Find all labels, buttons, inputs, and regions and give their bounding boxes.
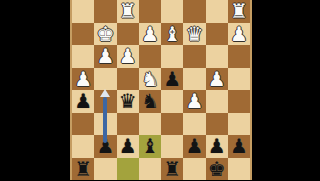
square-f3[interactable]: ♟ <box>117 45 139 68</box>
chess-piece-black-pawn-h5[interactable]: ♟ <box>74 90 92 112</box>
square-e2[interactable]: ♟ <box>139 23 161 46</box>
square-h4[interactable]: ♟ <box>72 68 94 91</box>
square-d8[interactable]: ♜ <box>161 158 183 181</box>
square-d3[interactable] <box>161 45 183 68</box>
square-a2[interactable]: ♟ <box>228 23 250 46</box>
square-g6[interactable] <box>94 113 116 136</box>
square-d5[interactable] <box>161 90 183 113</box>
chess-piece-white-pawn-h4[interactable]: ♟ <box>74 68 92 90</box>
chess-piece-white-pawn-g3[interactable]: ♟ <box>96 45 114 67</box>
letterbox-right <box>252 0 320 180</box>
square-h7[interactable] <box>72 135 94 158</box>
square-h6[interactable] <box>72 113 94 136</box>
square-c7[interactable]: ♟ <box>183 135 205 158</box>
chess-piece-black-king-b8[interactable]: ♚ <box>208 158 226 180</box>
square-a8[interactable] <box>228 158 250 181</box>
square-e6[interactable] <box>139 113 161 136</box>
square-e3[interactable] <box>139 45 161 68</box>
square-c2[interactable]: ♛ <box>183 23 205 46</box>
square-b5[interactable] <box>206 90 228 113</box>
square-h5[interactable]: ♟ <box>72 90 94 113</box>
square-c4[interactable] <box>183 68 205 91</box>
chess-piece-black-pawn-b7[interactable]: ♟ <box>208 135 226 157</box>
square-b6[interactable] <box>206 113 228 136</box>
chess-piece-black-pawn-d4[interactable]: ♟ <box>163 68 181 90</box>
chess-piece-black-pawn-a7[interactable]: ♟ <box>230 135 248 157</box>
square-b8[interactable]: ♚ <box>206 158 228 181</box>
square-g8[interactable] <box>94 158 116 181</box>
square-h8[interactable]: ♜ <box>72 158 94 181</box>
square-c6[interactable] <box>183 113 205 136</box>
square-g1[interactable] <box>94 0 116 23</box>
chess-piece-black-knight-e5[interactable]: ♞ <box>141 90 159 112</box>
square-b2[interactable] <box>206 23 228 46</box>
chess-piece-black-queen-f5[interactable]: ♛ <box>119 90 137 112</box>
square-a5[interactable] <box>228 90 250 113</box>
square-f7[interactable]: ♟ <box>117 135 139 158</box>
square-g3[interactable]: ♟ <box>94 45 116 68</box>
square-f2[interactable] <box>117 23 139 46</box>
square-c3[interactable] <box>183 45 205 68</box>
square-b4[interactable]: ♟ <box>206 68 228 91</box>
square-d6[interactable] <box>161 113 183 136</box>
chess-piece-white-knight-e4[interactable]: ♞ <box>141 68 159 90</box>
square-d4[interactable]: ♟ <box>161 68 183 91</box>
square-e8[interactable] <box>139 158 161 181</box>
square-h2[interactable] <box>72 23 94 46</box>
square-h3[interactable] <box>72 45 94 68</box>
letterbox-left <box>0 0 70 180</box>
chess-piece-white-king-g2[interactable]: ♚ <box>96 23 114 45</box>
square-e7[interactable]: ♝ <box>139 135 161 158</box>
square-a6[interactable] <box>228 113 250 136</box>
chess-piece-white-bishop-d2[interactable]: ♝ <box>163 23 181 45</box>
square-a7[interactable]: ♟ <box>228 135 250 158</box>
chess-piece-white-queen-c2[interactable]: ♛ <box>185 23 203 45</box>
square-h1[interactable] <box>72 0 94 23</box>
chess-piece-black-pawn-f7[interactable]: ♟ <box>119 135 137 157</box>
chess-piece-white-pawn-b4[interactable]: ♟ <box>208 68 226 90</box>
square-c5[interactable]: ♟ <box>183 90 205 113</box>
square-d1[interactable] <box>161 0 183 23</box>
square-a3[interactable] <box>228 45 250 68</box>
chess-piece-black-pawn-g7[interactable]: ♟ <box>96 135 114 157</box>
square-e5[interactable]: ♞ <box>139 90 161 113</box>
chess-piece-white-pawn-c5[interactable]: ♟ <box>185 90 203 112</box>
chess-board: ♜♜♚♟♝♛♟♟♟♟♞♟♟♟♛♞♟♟♟♝♟♟♟♜♜♚ <box>72 0 250 180</box>
square-d2[interactable]: ♝ <box>161 23 183 46</box>
chess-piece-white-pawn-a2[interactable]: ♟ <box>230 23 248 45</box>
square-f1[interactable]: ♜ <box>117 0 139 23</box>
square-b1[interactable] <box>206 0 228 23</box>
chess-piece-black-pawn-c7[interactable]: ♟ <box>185 135 203 157</box>
square-b3[interactable] <box>206 45 228 68</box>
square-e4[interactable]: ♞ <box>139 68 161 91</box>
chess-piece-white-rook-a1[interactable]: ♜ <box>230 0 248 22</box>
chess-piece-black-bishop-e7[interactable]: ♝ <box>141 135 159 157</box>
board-frame: ♜♜♚♟♝♛♟♟♟♟♞♟♟♟♛♞♟♟♟♝♟♟♟♜♜♚ <box>70 0 252 180</box>
square-e1[interactable] <box>139 0 161 23</box>
chess-piece-white-pawn-e2[interactable]: ♟ <box>141 23 159 45</box>
chess-piece-white-rook-f1[interactable]: ♜ <box>119 0 137 22</box>
square-g5[interactable] <box>94 90 116 113</box>
square-g4[interactable] <box>94 68 116 91</box>
square-d7[interactable] <box>161 135 183 158</box>
square-f8[interactable] <box>117 158 139 181</box>
chess-piece-white-pawn-f3[interactable]: ♟ <box>119 45 137 67</box>
square-f6[interactable] <box>117 113 139 136</box>
square-g7[interactable]: ♟ <box>94 135 116 158</box>
chess-piece-black-rook-h8[interactable]: ♜ <box>74 158 92 180</box>
square-c8[interactable] <box>183 158 205 181</box>
square-c1[interactable] <box>183 0 205 23</box>
square-b7[interactable]: ♟ <box>206 135 228 158</box>
square-a4[interactable] <box>228 68 250 91</box>
square-a1[interactable]: ♜ <box>228 0 250 23</box>
square-f5[interactable]: ♛ <box>117 90 139 113</box>
chess-piece-black-rook-d8[interactable]: ♜ <box>163 158 181 180</box>
square-f4[interactable] <box>117 68 139 91</box>
square-g2[interactable]: ♚ <box>94 23 116 46</box>
